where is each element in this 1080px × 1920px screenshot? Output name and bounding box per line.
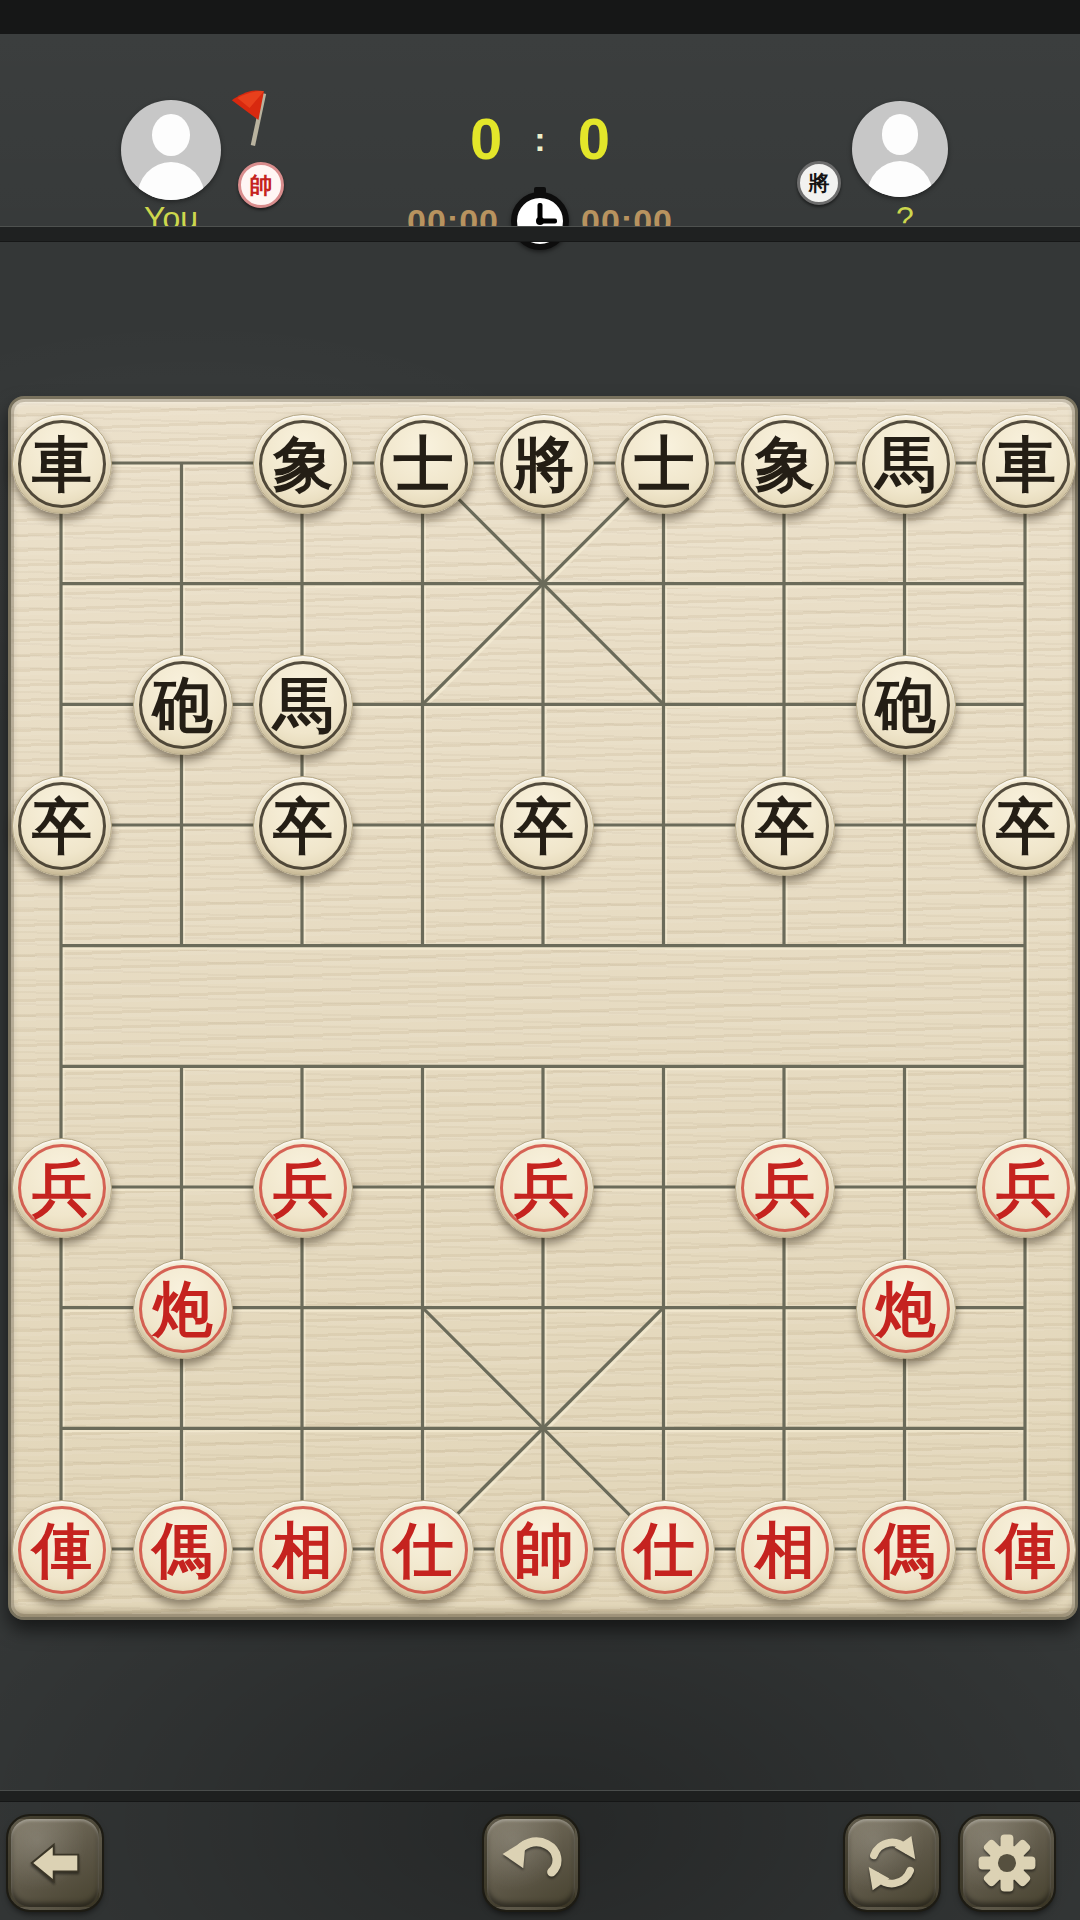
piece-red-chariot[interactable]: 俥: [12, 1500, 112, 1600]
piece-black-soldier[interactable]: 卒: [12, 776, 112, 876]
piece-black-chariot[interactable]: 車: [976, 414, 1076, 514]
toolbar-divider: [0, 1790, 1080, 1802]
piece-black-elephant[interactable]: 象: [735, 414, 835, 514]
piece-glyph: 砲: [134, 656, 232, 754]
piece-glyph: 士: [616, 415, 714, 513]
status-bar: [0, 0, 1080, 34]
piece-black-soldier[interactable]: 卒: [494, 776, 594, 876]
piece-glyph: 卒: [254, 777, 352, 875]
piece-red-general[interactable]: 帥: [494, 1500, 594, 1600]
piece-glyph: 象: [254, 415, 352, 513]
piece-black-advisor[interactable]: 士: [615, 414, 715, 514]
piece-red-soldier[interactable]: 兵: [253, 1138, 353, 1238]
rotate-icon: [861, 1832, 923, 1894]
piece-red-elephant[interactable]: 相: [735, 1500, 835, 1600]
piece-glyph: 將: [495, 415, 593, 513]
piece-glyph: 馬: [857, 415, 955, 513]
piece-glyph: 車: [13, 415, 111, 513]
piece-glyph: 仕: [375, 1501, 473, 1599]
header: 帥 You 將 ? 0 : 0 00:00 00:00: [0, 34, 1080, 226]
piece-red-horse[interactable]: 傌: [133, 1500, 233, 1600]
piece-black-horse[interactable]: 馬: [253, 655, 353, 755]
score-row: 0 : 0: [0, 110, 1080, 168]
piece-red-cannon[interactable]: 炮: [856, 1259, 956, 1359]
piece-glyph: 兵: [736, 1139, 834, 1237]
undo-arrow-icon: [500, 1832, 562, 1894]
clock-hand: [538, 203, 543, 221]
piece-glyph: 炮: [857, 1260, 955, 1358]
piece-glyph: 傌: [134, 1501, 232, 1599]
piece-black-cannon[interactable]: 砲: [133, 655, 233, 755]
settings-button[interactable]: [960, 1816, 1054, 1910]
piece-red-elephant[interactable]: 相: [253, 1500, 353, 1600]
piece-glyph: 俥: [977, 1501, 1075, 1599]
piece-glyph: 兵: [495, 1139, 593, 1237]
piece-black-cannon[interactable]: 砲: [856, 655, 956, 755]
piece-glyph: 相: [736, 1501, 834, 1599]
piece-glyph: 炮: [134, 1260, 232, 1358]
piece-glyph: 士: [375, 415, 473, 513]
piece-glyph: 兵: [254, 1139, 352, 1237]
piece-glyph: 帥: [495, 1501, 593, 1599]
piece-black-soldier[interactable]: 卒: [735, 776, 835, 876]
piece-black-soldier[interactable]: 卒: [253, 776, 353, 876]
undo-button[interactable]: [484, 1816, 578, 1910]
clock-hand: [540, 219, 557, 224]
piece-glyph: 卒: [13, 777, 111, 875]
xiangqi-app: { "game": "xiangqi", "position": { "fen"…: [0, 0, 1080, 1920]
piece-glyph: 相: [254, 1501, 352, 1599]
piece-black-soldier[interactable]: 卒: [976, 776, 1076, 876]
piece-glyph: 兵: [13, 1139, 111, 1237]
header-divider: [0, 226, 1080, 242]
piece-glyph: 砲: [857, 656, 955, 754]
piece-glyph: 象: [736, 415, 834, 513]
score-right: 0: [578, 110, 610, 168]
piece-glyph: 兵: [977, 1139, 1075, 1237]
piece-glyph: 俥: [13, 1501, 111, 1599]
back-arrow-icon: [24, 1832, 86, 1894]
piece-black-chariot[interactable]: 車: [12, 414, 112, 514]
piece-red-soldier[interactable]: 兵: [976, 1138, 1076, 1238]
piece-red-advisor[interactable]: 仕: [374, 1500, 474, 1600]
score-left: 0: [470, 110, 502, 168]
clock-knob: [534, 187, 546, 194]
pieces-layer: 車象士將士象馬車砲馬砲卒卒卒卒卒兵兵兵兵兵炮炮俥傌相仕帥仕相傌俥: [11, 399, 1075, 1617]
piece-black-horse[interactable]: 馬: [856, 414, 956, 514]
piece-black-advisor[interactable]: 士: [374, 414, 474, 514]
piece-glyph: 卒: [495, 777, 593, 875]
piece-black-elephant[interactable]: 象: [253, 414, 353, 514]
piece-glyph: 卒: [736, 777, 834, 875]
piece-red-soldier[interactable]: 兵: [735, 1138, 835, 1238]
piece-glyph: 馬: [254, 656, 352, 754]
piece-glyph: 傌: [857, 1501, 955, 1599]
piece-red-soldier[interactable]: 兵: [12, 1138, 112, 1238]
back-button[interactable]: [8, 1816, 102, 1910]
rotate-button[interactable]: [845, 1816, 939, 1910]
xiangqi-board[interactable]: 車象士將士象馬車砲馬砲卒卒卒卒卒兵兵兵兵兵炮炮俥傌相仕帥仕相傌俥: [8, 396, 1078, 1620]
piece-red-chariot[interactable]: 俥: [976, 1500, 1076, 1600]
piece-red-soldier[interactable]: 兵: [494, 1138, 594, 1238]
piece-glyph: 卒: [977, 777, 1075, 875]
gear-icon: [976, 1832, 1038, 1894]
piece-red-advisor[interactable]: 仕: [615, 1500, 715, 1600]
piece-glyph: 車: [977, 415, 1075, 513]
score-separator: :: [534, 122, 545, 156]
piece-glyph: 仕: [616, 1501, 714, 1599]
piece-red-horse[interactable]: 傌: [856, 1500, 956, 1600]
piece-red-cannon[interactable]: 炮: [133, 1259, 233, 1359]
piece-black-general[interactable]: 將: [494, 414, 594, 514]
